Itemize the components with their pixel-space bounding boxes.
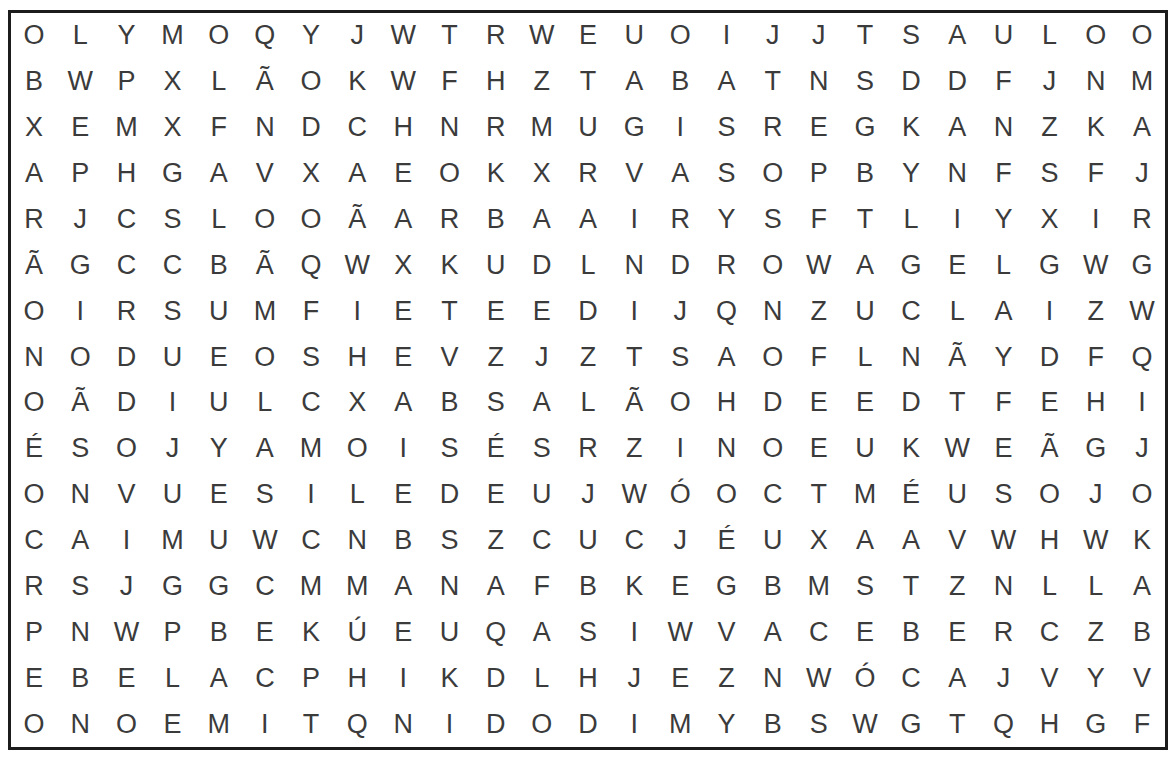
- grid-cell[interactable]: C: [288, 380, 334, 426]
- grid-cell[interactable]: S: [242, 472, 288, 518]
- grid-cell[interactable]: Y: [103, 13, 149, 59]
- grid-cell[interactable]: P: [103, 59, 149, 105]
- grid-cell[interactable]: O: [103, 701, 149, 747]
- grid-cell[interactable]: V: [703, 609, 749, 655]
- grid-cell[interactable]: G: [1119, 242, 1165, 288]
- grid-cell[interactable]: R: [750, 105, 796, 151]
- grid-cell[interactable]: I: [242, 701, 288, 747]
- grid-cell[interactable]: X: [334, 380, 380, 426]
- grid-cell[interactable]: F: [1073, 334, 1119, 380]
- grid-cell[interactable]: G: [703, 564, 749, 610]
- grid-cell[interactable]: I: [1119, 380, 1165, 426]
- grid-cell[interactable]: E: [473, 472, 519, 518]
- grid-cell[interactable]: C: [11, 518, 57, 564]
- grid-cell[interactable]: S: [842, 59, 888, 105]
- grid-cell[interactable]: A: [657, 151, 703, 197]
- grid-cell[interactable]: U: [565, 105, 611, 151]
- grid-cell[interactable]: K: [611, 564, 657, 610]
- grid-cell[interactable]: S: [842, 564, 888, 610]
- grid-cell[interactable]: N: [703, 426, 749, 472]
- grid-cell[interactable]: W: [242, 518, 288, 564]
- grid-cell[interactable]: L: [334, 472, 380, 518]
- grid-cell[interactable]: S: [888, 13, 934, 59]
- grid-cell[interactable]: S: [149, 288, 195, 334]
- grid-cell[interactable]: Y: [1073, 655, 1119, 701]
- grid-cell[interactable]: M: [288, 564, 334, 610]
- grid-cell[interactable]: J: [519, 334, 565, 380]
- grid-cell[interactable]: Y: [980, 197, 1026, 243]
- grid-cell[interactable]: S: [288, 334, 334, 380]
- grid-cell[interactable]: S: [57, 426, 103, 472]
- grid-cell[interactable]: N: [750, 288, 796, 334]
- grid-cell[interactable]: O: [11, 701, 57, 747]
- grid-cell[interactable]: L: [196, 197, 242, 243]
- grid-cell[interactable]: G: [888, 242, 934, 288]
- grid-cell[interactable]: R: [473, 13, 519, 59]
- grid-cell[interactable]: U: [519, 472, 565, 518]
- grid-cell[interactable]: E: [934, 242, 980, 288]
- grid-cell[interactable]: B: [196, 242, 242, 288]
- grid-cell[interactable]: W: [380, 59, 426, 105]
- grid-cell[interactable]: W: [519, 13, 565, 59]
- grid-cell[interactable]: M: [657, 701, 703, 747]
- grid-cell[interactable]: Ã: [934, 334, 980, 380]
- grid-cell[interactable]: S: [149, 197, 195, 243]
- grid-cell[interactable]: K: [473, 151, 519, 197]
- grid-cell[interactable]: N: [334, 518, 380, 564]
- grid-cell[interactable]: L: [57, 13, 103, 59]
- grid-cell[interactable]: B: [888, 609, 934, 655]
- grid-cell[interactable]: S: [703, 105, 749, 151]
- grid-cell[interactable]: É: [888, 472, 934, 518]
- grid-cell[interactable]: S: [980, 472, 1026, 518]
- grid-cell[interactable]: W: [796, 655, 842, 701]
- grid-cell[interactable]: Q: [1119, 334, 1165, 380]
- grid-cell[interactable]: K: [1119, 518, 1165, 564]
- grid-cell[interactable]: A: [1119, 564, 1165, 610]
- grid-cell[interactable]: D: [288, 105, 334, 151]
- grid-cell[interactable]: A: [196, 655, 242, 701]
- grid-cell[interactable]: R: [703, 242, 749, 288]
- grid-cell[interactable]: O: [11, 380, 57, 426]
- grid-cell[interactable]: D: [750, 380, 796, 426]
- grid-cell[interactable]: H: [380, 105, 426, 151]
- grid-cell[interactable]: C: [611, 518, 657, 564]
- grid-cell[interactable]: Q: [703, 288, 749, 334]
- grid-cell[interactable]: N: [380, 701, 426, 747]
- grid-cell[interactable]: E: [842, 380, 888, 426]
- grid-cell[interactable]: Q: [242, 13, 288, 59]
- grid-cell[interactable]: J: [611, 655, 657, 701]
- grid-cell[interactable]: G: [196, 564, 242, 610]
- grid-cell[interactable]: P: [57, 151, 103, 197]
- grid-cell[interactable]: C: [1027, 609, 1073, 655]
- grid-cell[interactable]: T: [842, 13, 888, 59]
- grid-cell[interactable]: J: [103, 564, 149, 610]
- grid-cell[interactable]: D: [1027, 334, 1073, 380]
- grid-cell[interactable]: U: [565, 518, 611, 564]
- grid-cell[interactable]: W: [1119, 288, 1165, 334]
- grid-cell[interactable]: E: [380, 288, 426, 334]
- grid-cell[interactable]: K: [288, 609, 334, 655]
- grid-cell[interactable]: A: [703, 59, 749, 105]
- grid-cell[interactable]: F: [288, 288, 334, 334]
- grid-cell[interactable]: E: [519, 288, 565, 334]
- grid-cell[interactable]: O: [750, 334, 796, 380]
- grid-cell[interactable]: T: [750, 59, 796, 105]
- grid-cell[interactable]: S: [796, 701, 842, 747]
- grid-cell[interactable]: A: [703, 334, 749, 380]
- grid-cell[interactable]: L: [1027, 13, 1073, 59]
- grid-cell[interactable]: A: [1119, 105, 1165, 151]
- grid-cell[interactable]: D: [888, 59, 934, 105]
- grid-cell[interactable]: J: [1073, 472, 1119, 518]
- grid-cell[interactable]: Y: [980, 334, 1026, 380]
- grid-cell[interactable]: C: [103, 242, 149, 288]
- grid-cell[interactable]: V: [103, 472, 149, 518]
- grid-cell[interactable]: G: [842, 105, 888, 151]
- grid-cell[interactable]: I: [426, 701, 472, 747]
- grid-cell[interactable]: P: [11, 609, 57, 655]
- grid-cell[interactable]: W: [103, 609, 149, 655]
- grid-cell[interactable]: Ã: [334, 197, 380, 243]
- grid-cell[interactable]: N: [1073, 59, 1119, 105]
- grid-cell[interactable]: A: [334, 151, 380, 197]
- grid-cell[interactable]: Z: [473, 334, 519, 380]
- grid-cell[interactable]: I: [149, 380, 195, 426]
- grid-cell[interactable]: U: [149, 334, 195, 380]
- grid-cell[interactable]: V: [426, 334, 472, 380]
- grid-cell[interactable]: M: [196, 701, 242, 747]
- grid-cell[interactable]: A: [842, 518, 888, 564]
- grid-cell[interactable]: R: [657, 197, 703, 243]
- grid-cell[interactable]: Y: [703, 701, 749, 747]
- grid-cell[interactable]: O: [1119, 13, 1165, 59]
- grid-cell[interactable]: C: [103, 197, 149, 243]
- grid-cell[interactable]: U: [473, 242, 519, 288]
- grid-cell[interactable]: D: [473, 655, 519, 701]
- grid-cell[interactable]: J: [657, 518, 703, 564]
- grid-cell[interactable]: X: [380, 242, 426, 288]
- grid-cell[interactable]: A: [380, 380, 426, 426]
- grid-cell[interactable]: R: [565, 151, 611, 197]
- grid-cell[interactable]: E: [242, 609, 288, 655]
- grid-cell[interactable]: I: [611, 701, 657, 747]
- grid-cell[interactable]: C: [242, 564, 288, 610]
- grid-cell[interactable]: L: [565, 242, 611, 288]
- grid-cell[interactable]: Z: [1073, 288, 1119, 334]
- grid-cell[interactable]: O: [11, 13, 57, 59]
- grid-cell[interactable]: M: [149, 13, 195, 59]
- grid-cell[interactable]: A: [842, 242, 888, 288]
- grid-cell[interactable]: M: [519, 105, 565, 151]
- grid-cell[interactable]: B: [426, 380, 472, 426]
- grid-cell[interactable]: R: [473, 105, 519, 151]
- grid-cell[interactable]: J: [980, 655, 1026, 701]
- grid-cell[interactable]: A: [611, 59, 657, 105]
- grid-cell[interactable]: Q: [334, 701, 380, 747]
- grid-cell[interactable]: B: [750, 564, 796, 610]
- grid-cell[interactable]: A: [57, 518, 103, 564]
- grid-cell[interactable]: E: [380, 472, 426, 518]
- grid-cell[interactable]: R: [11, 197, 57, 243]
- grid-cell[interactable]: H: [103, 151, 149, 197]
- grid-cell[interactable]: A: [11, 151, 57, 197]
- grid-cell[interactable]: Ã: [1027, 426, 1073, 472]
- grid-cell[interactable]: G: [888, 701, 934, 747]
- grid-cell[interactable]: L: [519, 655, 565, 701]
- grid-cell[interactable]: F: [980, 380, 1026, 426]
- grid-cell[interactable]: H: [1073, 380, 1119, 426]
- grid-cell[interactable]: O: [750, 151, 796, 197]
- grid-cell[interactable]: X: [796, 518, 842, 564]
- grid-cell[interactable]: D: [565, 288, 611, 334]
- grid-cell[interactable]: N: [57, 609, 103, 655]
- grid-cell[interactable]: M: [334, 564, 380, 610]
- grid-cell[interactable]: W: [934, 426, 980, 472]
- grid-cell[interactable]: T: [796, 472, 842, 518]
- grid-cell[interactable]: D: [103, 334, 149, 380]
- grid-cell[interactable]: G: [1073, 426, 1119, 472]
- grid-cell[interactable]: O: [242, 197, 288, 243]
- grid-cell[interactable]: D: [888, 380, 934, 426]
- grid-cell[interactable]: A: [934, 655, 980, 701]
- grid-cell[interactable]: A: [565, 197, 611, 243]
- grid-cell[interactable]: A: [980, 288, 1026, 334]
- grid-cell[interactable]: G: [1027, 242, 1073, 288]
- grid-cell[interactable]: B: [57, 655, 103, 701]
- grid-cell[interactable]: I: [1073, 197, 1119, 243]
- grid-cell[interactable]: Z: [934, 564, 980, 610]
- grid-cell[interactable]: E: [473, 288, 519, 334]
- grid-cell[interactable]: K: [888, 105, 934, 151]
- grid-cell[interactable]: L: [149, 655, 195, 701]
- grid-cell[interactable]: L: [842, 334, 888, 380]
- grid-cell[interactable]: Ã: [242, 242, 288, 288]
- grid-cell[interactable]: O: [196, 13, 242, 59]
- grid-cell[interactable]: Y: [888, 151, 934, 197]
- grid-cell[interactable]: L: [242, 380, 288, 426]
- grid-cell[interactable]: E: [380, 609, 426, 655]
- grid-cell[interactable]: B: [565, 564, 611, 610]
- grid-cell[interactable]: V: [242, 151, 288, 197]
- grid-cell[interactable]: O: [334, 426, 380, 472]
- grid-cell[interactable]: N: [611, 242, 657, 288]
- grid-cell[interactable]: O: [657, 13, 703, 59]
- grid-cell[interactable]: O: [103, 426, 149, 472]
- grid-cell[interactable]: Ó: [842, 655, 888, 701]
- grid-cell[interactable]: H: [1027, 701, 1073, 747]
- grid-cell[interactable]: O: [242, 334, 288, 380]
- grid-cell[interactable]: Z: [519, 59, 565, 105]
- grid-cell[interactable]: Ã: [57, 380, 103, 426]
- grid-cell[interactable]: I: [380, 655, 426, 701]
- grid-cell[interactable]: E: [380, 334, 426, 380]
- grid-cell[interactable]: W: [980, 518, 1026, 564]
- grid-cell[interactable]: C: [334, 105, 380, 151]
- grid-cell[interactable]: É: [703, 518, 749, 564]
- grid-cell[interactable]: S: [426, 518, 472, 564]
- grid-cell[interactable]: H: [473, 59, 519, 105]
- grid-cell[interactable]: B: [11, 59, 57, 105]
- grid-cell[interactable]: N: [980, 105, 1026, 151]
- grid-cell[interactable]: A: [750, 609, 796, 655]
- grid-cell[interactable]: I: [380, 426, 426, 472]
- grid-cell[interactable]: M: [842, 472, 888, 518]
- grid-cell[interactable]: Z: [1073, 609, 1119, 655]
- grid-cell[interactable]: G: [611, 105, 657, 151]
- grid-cell[interactable]: Z: [611, 426, 657, 472]
- grid-cell[interactable]: O: [1119, 472, 1165, 518]
- grid-cell[interactable]: Z: [796, 288, 842, 334]
- grid-cell[interactable]: H: [1027, 518, 1073, 564]
- grid-cell[interactable]: H: [334, 655, 380, 701]
- grid-cell[interactable]: N: [57, 472, 103, 518]
- grid-cell[interactable]: B: [196, 609, 242, 655]
- grid-cell[interactable]: Q: [980, 701, 1026, 747]
- grid-cell[interactable]: J: [657, 288, 703, 334]
- grid-cell[interactable]: T: [426, 13, 472, 59]
- grid-cell[interactable]: Z: [703, 655, 749, 701]
- grid-cell[interactable]: C: [888, 288, 934, 334]
- grid-cell[interactable]: R: [426, 197, 472, 243]
- grid-cell[interactable]: Q: [473, 609, 519, 655]
- grid-cell[interactable]: S: [426, 426, 472, 472]
- grid-cell[interactable]: F: [980, 151, 1026, 197]
- grid-cell[interactable]: J: [1119, 151, 1165, 197]
- grid-cell[interactable]: D: [934, 59, 980, 105]
- grid-cell[interactable]: G: [149, 564, 195, 610]
- grid-cell[interactable]: U: [842, 288, 888, 334]
- grid-cell[interactable]: R: [103, 288, 149, 334]
- grid-cell[interactable]: J: [334, 13, 380, 59]
- grid-cell[interactable]: J: [796, 13, 842, 59]
- grid-cell[interactable]: C: [288, 518, 334, 564]
- grid-cell[interactable]: J: [565, 472, 611, 518]
- grid-cell[interactable]: R: [565, 426, 611, 472]
- grid-cell[interactable]: O: [426, 151, 472, 197]
- grid-cell[interactable]: X: [11, 105, 57, 151]
- grid-cell[interactable]: L: [196, 59, 242, 105]
- grid-cell[interactable]: A: [934, 105, 980, 151]
- grid-cell[interactable]: W: [1073, 518, 1119, 564]
- grid-cell[interactable]: U: [196, 518, 242, 564]
- grid-cell[interactable]: S: [519, 426, 565, 472]
- grid-cell[interactable]: L: [980, 242, 1026, 288]
- grid-cell[interactable]: U: [149, 472, 195, 518]
- grid-cell[interactable]: U: [934, 472, 980, 518]
- grid-cell[interactable]: D: [473, 701, 519, 747]
- grid-cell[interactable]: V: [611, 151, 657, 197]
- grid-cell[interactable]: Ã: [11, 242, 57, 288]
- grid-cell[interactable]: O: [657, 380, 703, 426]
- grid-cell[interactable]: O: [750, 242, 796, 288]
- grid-cell[interactable]: C: [519, 518, 565, 564]
- grid-cell[interactable]: L: [934, 288, 980, 334]
- grid-cell[interactable]: T: [888, 564, 934, 610]
- grid-cell[interactable]: I: [657, 105, 703, 151]
- grid-cell[interactable]: U: [842, 426, 888, 472]
- grid-cell[interactable]: J: [57, 197, 103, 243]
- grid-cell[interactable]: L: [565, 380, 611, 426]
- grid-cell[interactable]: E: [934, 609, 980, 655]
- grid-cell[interactable]: T: [934, 380, 980, 426]
- grid-cell[interactable]: P: [288, 655, 334, 701]
- grid-cell[interactable]: Y: [196, 426, 242, 472]
- grid-cell[interactable]: E: [796, 105, 842, 151]
- grid-cell[interactable]: U: [426, 609, 472, 655]
- grid-cell[interactable]: W: [796, 242, 842, 288]
- grid-cell[interactable]: I: [611, 288, 657, 334]
- grid-cell[interactable]: A: [519, 609, 565, 655]
- grid-cell[interactable]: E: [657, 655, 703, 701]
- grid-cell[interactable]: E: [842, 609, 888, 655]
- grid-cell[interactable]: W: [657, 609, 703, 655]
- grid-cell[interactable]: L: [888, 197, 934, 243]
- grid-cell[interactable]: X: [519, 151, 565, 197]
- grid-cell[interactable]: J: [1027, 59, 1073, 105]
- grid-cell[interactable]: N: [11, 334, 57, 380]
- grid-cell[interactable]: J: [750, 13, 796, 59]
- grid-cell[interactable]: S: [657, 334, 703, 380]
- grid-cell[interactable]: F: [519, 564, 565, 610]
- grid-cell[interactable]: H: [703, 380, 749, 426]
- grid-cell[interactable]: O: [1027, 472, 1073, 518]
- grid-cell[interactable]: A: [196, 151, 242, 197]
- grid-cell[interactable]: R: [11, 564, 57, 610]
- grid-cell[interactable]: N: [57, 701, 103, 747]
- grid-cell[interactable]: E: [57, 105, 103, 151]
- grid-cell[interactable]: B: [750, 701, 796, 747]
- grid-cell[interactable]: E: [565, 13, 611, 59]
- grid-cell[interactable]: E: [149, 701, 195, 747]
- grid-cell[interactable]: I: [611, 609, 657, 655]
- grid-cell[interactable]: F: [196, 105, 242, 151]
- grid-cell[interactable]: T: [611, 334, 657, 380]
- grid-cell[interactable]: F: [980, 59, 1026, 105]
- grid-cell[interactable]: I: [934, 197, 980, 243]
- grid-cell[interactable]: I: [103, 518, 149, 564]
- grid-cell[interactable]: U: [750, 518, 796, 564]
- grid-cell[interactable]: É: [11, 426, 57, 472]
- grid-cell[interactable]: K: [888, 426, 934, 472]
- grid-cell[interactable]: J: [1119, 426, 1165, 472]
- grid-cell[interactable]: Ã: [611, 380, 657, 426]
- grid-cell[interactable]: X: [1027, 197, 1073, 243]
- grid-cell[interactable]: U: [611, 13, 657, 59]
- grid-cell[interactable]: M: [288, 426, 334, 472]
- grid-cell[interactable]: O: [288, 197, 334, 243]
- grid-cell[interactable]: G: [1073, 701, 1119, 747]
- grid-cell[interactable]: S: [565, 609, 611, 655]
- grid-cell[interactable]: N: [426, 564, 472, 610]
- grid-cell[interactable]: C: [750, 472, 796, 518]
- grid-cell[interactable]: A: [380, 564, 426, 610]
- grid-cell[interactable]: Z: [473, 518, 519, 564]
- grid-cell[interactable]: D: [519, 242, 565, 288]
- grid-cell[interactable]: A: [473, 564, 519, 610]
- grid-cell[interactable]: D: [657, 242, 703, 288]
- grid-cell[interactable]: F: [1119, 701, 1165, 747]
- grid-cell[interactable]: B: [657, 59, 703, 105]
- grid-cell[interactable]: I: [1027, 288, 1073, 334]
- grid-cell[interactable]: M: [103, 105, 149, 151]
- grid-cell[interactable]: K: [426, 242, 472, 288]
- grid-cell[interactable]: W: [380, 13, 426, 59]
- grid-cell[interactable]: Ã: [242, 59, 288, 105]
- grid-cell[interactable]: Z: [565, 334, 611, 380]
- grid-cell[interactable]: M: [796, 564, 842, 610]
